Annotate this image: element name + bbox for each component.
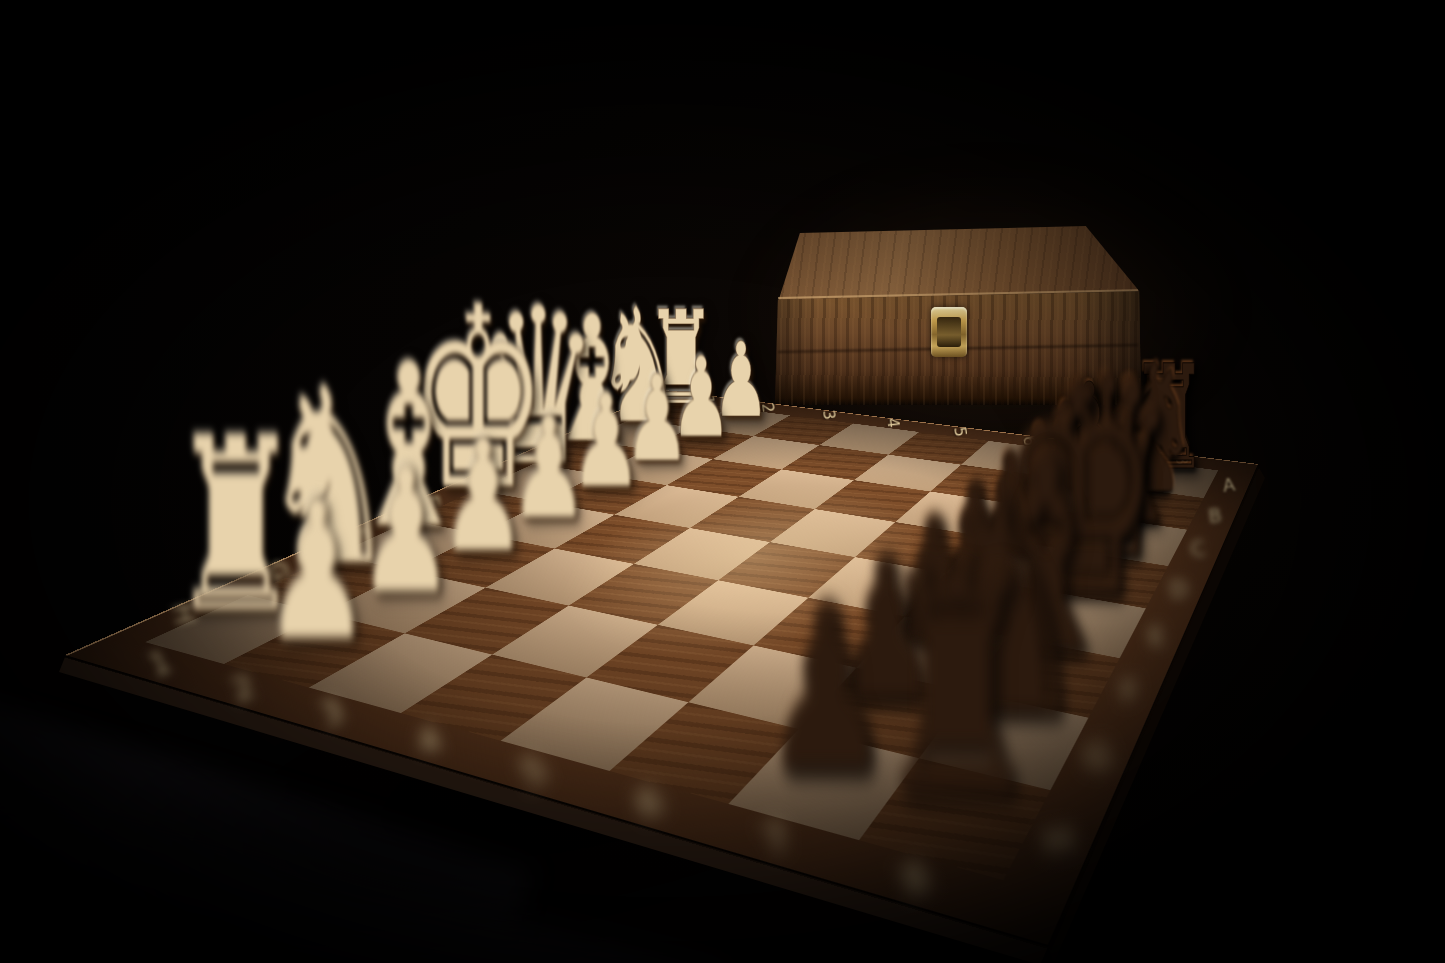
scene: AABBCCDDEEFFGGHH1122334455667788 ♜♞♝♛♚♝♞… [0, 0, 1445, 963]
box-clasp-keeper [937, 317, 961, 347]
wooden-box [775, 223, 1141, 405]
box-clasp-icon [931, 307, 967, 357]
background-wall-object [18, 15, 90, 123]
